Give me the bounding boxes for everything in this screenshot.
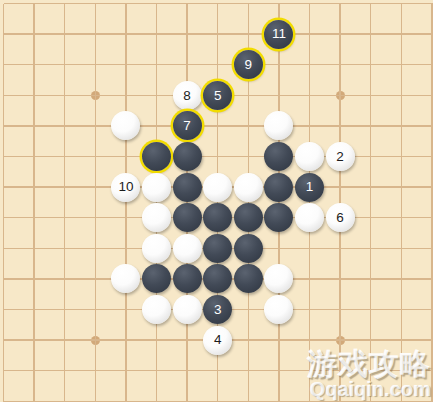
stone-black-move-3: 3: [203, 295, 232, 324]
stone-black-move-1: 1: [295, 173, 324, 202]
grid-line-vertical: [95, 4, 97, 402]
move-number: 8: [183, 89, 191, 103]
stone-white: [295, 203, 324, 232]
stone-black: [234, 203, 263, 232]
move-number: 3: [214, 303, 222, 317]
grid-line-vertical: [3, 4, 5, 402]
move-number: 5: [214, 89, 222, 103]
stone-white-move-6: 6: [326, 203, 355, 232]
stone-white: [203, 173, 232, 202]
stone-white: [142, 295, 171, 324]
stone-black-move-9-winning: 9: [234, 50, 263, 79]
move-number: 6: [336, 211, 344, 225]
stone-white-move-8: 8: [173, 81, 202, 110]
stone-white: [264, 295, 293, 324]
move-number: 7: [183, 119, 191, 133]
stone-black: [264, 173, 293, 202]
stone-white: [111, 111, 140, 140]
move-number: 4: [214, 333, 222, 347]
stone-white: [264, 264, 293, 293]
stone-white: [234, 173, 263, 202]
stone-black: [203, 264, 232, 293]
grid-line-vertical: [431, 4, 433, 402]
stone-white-move-2: 2: [326, 142, 355, 171]
stone-black: [173, 173, 202, 202]
stone-black: [142, 264, 171, 293]
stone-white-move-4: 4: [203, 326, 232, 355]
move-number: 11: [272, 27, 286, 41]
stone-black: [203, 234, 232, 263]
move-number: 2: [336, 150, 344, 164]
stone-white: [142, 234, 171, 263]
stone-white: [295, 142, 324, 171]
stone-white: [264, 111, 293, 140]
stone-black: [234, 264, 263, 293]
grid-line-vertical: [125, 4, 127, 402]
stone-black: [264, 203, 293, 232]
stone-black-move-5-winning: 5: [203, 81, 232, 110]
stone-black-move-7-winning: 7: [173, 111, 202, 140]
stone-black: [234, 234, 263, 263]
stone-white: [111, 264, 140, 293]
stone-black: [203, 203, 232, 232]
stone-white: [173, 234, 202, 263]
grid-line-vertical: [33, 4, 35, 402]
grid-line-vertical: [401, 4, 403, 402]
stone-black-winning: [142, 142, 171, 171]
stone-black: [264, 142, 293, 171]
stone-white-move-10: 10: [111, 173, 140, 202]
stone-black: [173, 203, 202, 232]
move-number: 10: [118, 180, 133, 194]
grid-line-vertical: [64, 4, 66, 402]
move-number: 9: [245, 58, 253, 72]
grid-line-vertical: [370, 4, 372, 402]
stone-black-move-11-winning: 11: [264, 20, 293, 49]
move-number: 1: [306, 180, 314, 194]
stone-black: [173, 264, 202, 293]
stone-white: [173, 295, 202, 324]
stone-white: [142, 173, 171, 202]
stone-white: [142, 203, 171, 232]
gomoku-board[interactable]: 1198572101634 游戏攻略 Qqaiqin.com: [0, 0, 433, 402]
stone-black: [173, 142, 202, 171]
